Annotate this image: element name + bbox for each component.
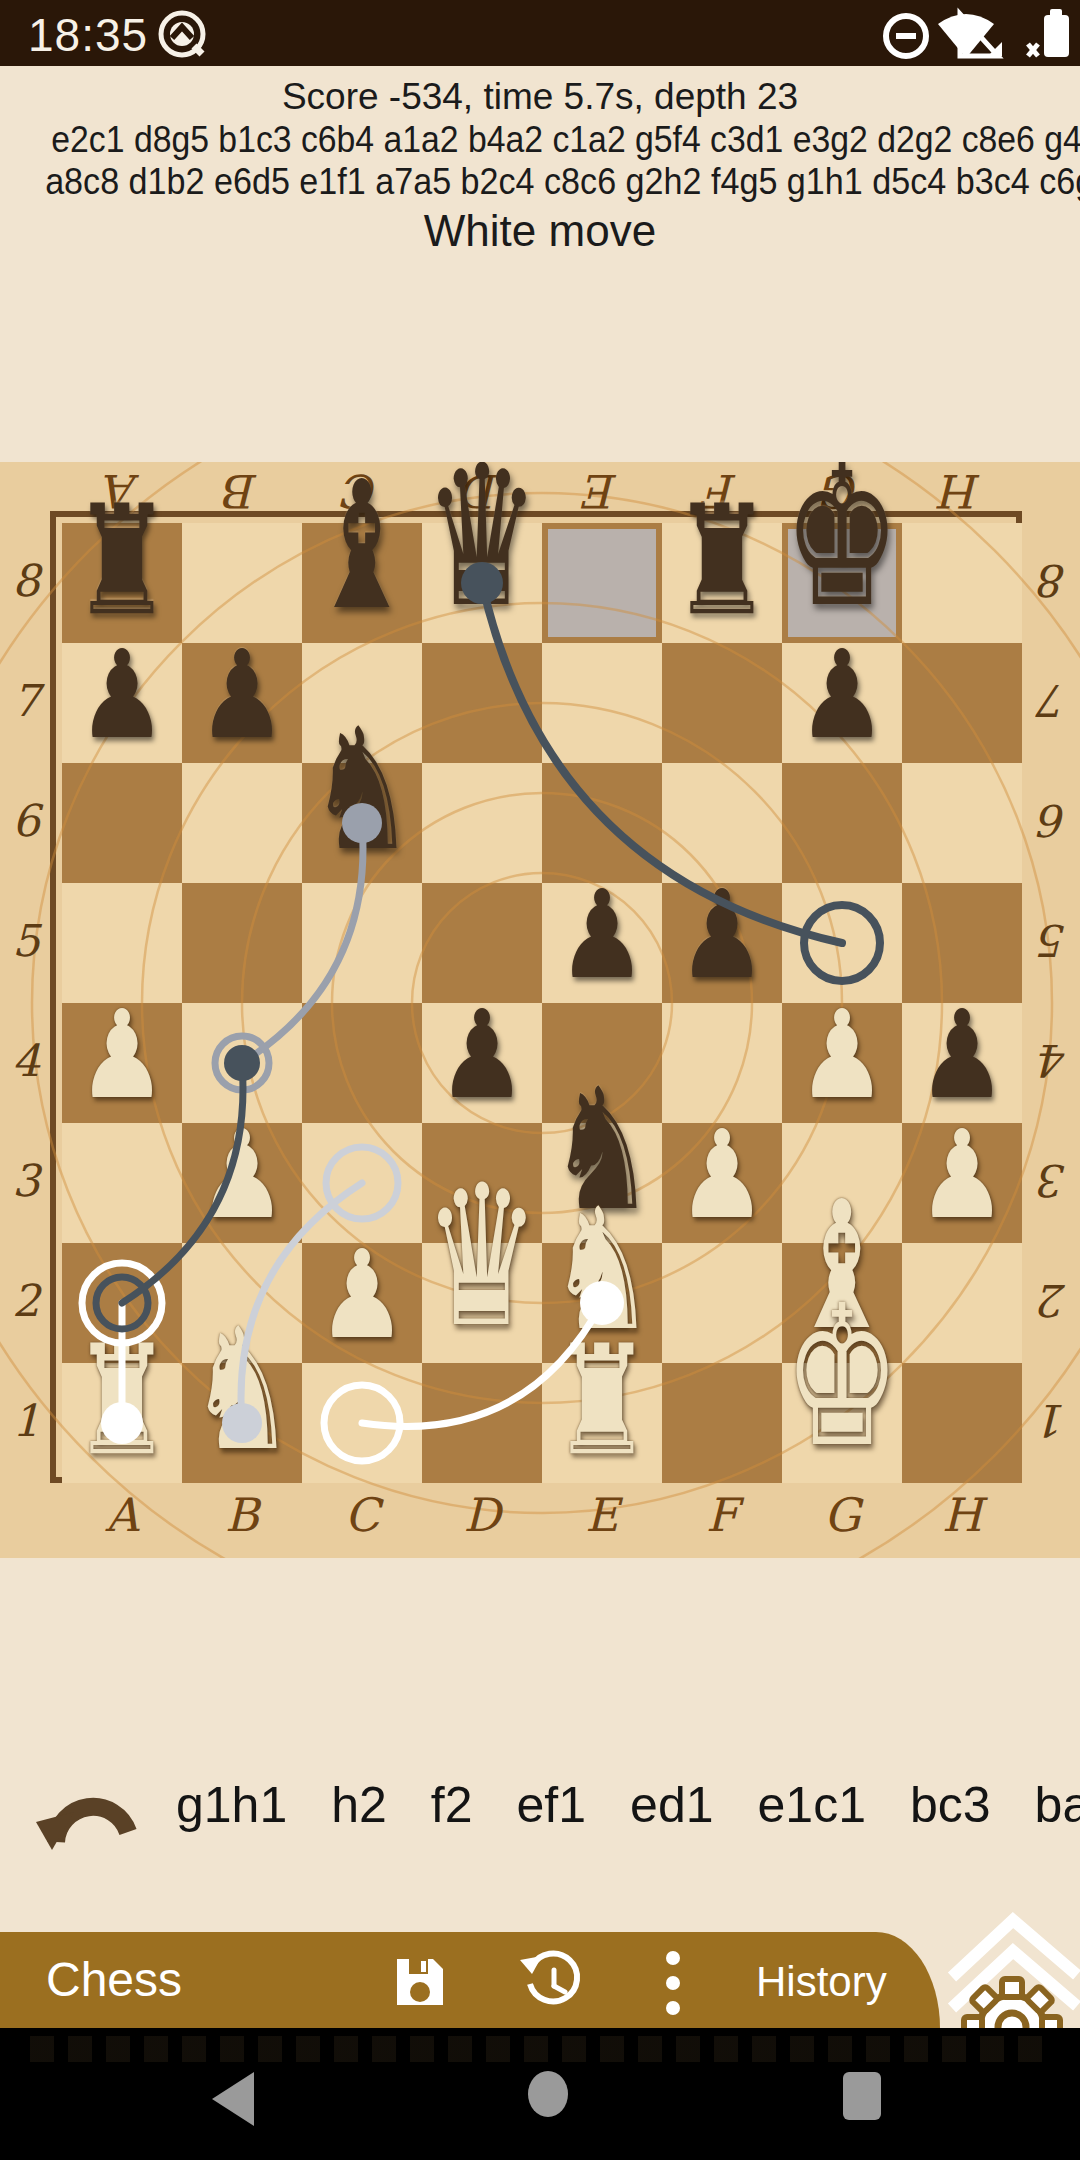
rank-label-right-5: 5 xyxy=(1032,915,1076,966)
square-h1[interactable] xyxy=(902,1363,1022,1483)
engine-pv-line-1: e2c1 d8g5 b1c3 c6b4 a1a2 b4a2 c1a2 g5f4 … xyxy=(0,119,1080,161)
file-label-bottom-H: H xyxy=(902,1488,1022,1542)
white-knight-glyph: ♞ xyxy=(188,1307,296,1489)
chess-board: AABBCCDDEEFFGGHH8877665544332211 ♜♝♛♜♚♟♟… xyxy=(0,462,1080,1558)
file-label-bottom-A: A xyxy=(62,1488,182,1542)
rank-label-right-4: 4 xyxy=(1032,1035,1076,1086)
black-rook-glyph: ♜ xyxy=(672,484,772,649)
suggested-move-ba3[interactable]: ba3 xyxy=(1035,1776,1080,1834)
highlight-e8 xyxy=(548,529,656,637)
rank-label-right-7: 7 xyxy=(1032,675,1076,726)
white-pawn-glyph: ♟ xyxy=(677,1115,767,1249)
piece-black-knight-c6[interactable]: ♞ xyxy=(302,609,422,889)
rank-label-right-1: 1 xyxy=(1032,1395,1076,1446)
piece-white-pawn-h3[interactable]: ♟ xyxy=(902,969,1022,1249)
piece-black-pawn-a7[interactable]: ♟ xyxy=(62,489,182,769)
square-h8[interactable] xyxy=(902,523,1022,643)
android-q-logo-icon xyxy=(150,6,214,62)
nav-ghost-strip xyxy=(30,2036,1050,2062)
android-nav-bar xyxy=(0,2028,1080,2160)
rank-label-left-4: 4 xyxy=(4,1035,48,1086)
rank-label-left-5: 5 xyxy=(4,915,48,966)
piece-white-queen-d2[interactable]: ♛ xyxy=(422,1089,542,1369)
engine-pv-line-2: a8c8 d1b2 e6d5 e1f1 a7a5 b2c4 c8c6 g2h2 … xyxy=(0,161,1080,203)
square-c1[interactable] xyxy=(302,1363,422,1483)
white-pawn-glyph: ♟ xyxy=(317,1235,407,1369)
piece-black-rook-f8[interactable]: ♜ xyxy=(662,462,782,649)
file-label-bottom-C: C xyxy=(302,1488,422,1542)
history-restore-button[interactable] xyxy=(518,1948,586,2016)
nav-back-button[interactable] xyxy=(212,2072,254,2126)
rank-label-right-2: 2 xyxy=(1032,1275,1076,1326)
square-f2[interactable] xyxy=(662,1243,782,1363)
white-queen-glyph: ♛ xyxy=(424,1159,541,1369)
file-label-bottom-G: G xyxy=(782,1488,902,1542)
suggested-move-h2[interactable]: h2 xyxy=(331,1776,387,1834)
black-pawn-glyph: ♟ xyxy=(77,635,167,769)
white-king-glyph: ♚ xyxy=(784,1279,901,1489)
square-c5[interactable] xyxy=(302,883,422,1003)
piece-white-rook-e1[interactable]: ♜ xyxy=(542,1209,662,1489)
suggested-move-ed1[interactable]: ed1 xyxy=(630,1776,713,1834)
piece-white-pawn-a4[interactable]: ♟ xyxy=(62,849,182,1129)
undo-icon[interactable] xyxy=(36,1784,148,1850)
file-label-bottom-E: E xyxy=(542,1488,662,1542)
rank-label-right-3: 3 xyxy=(1032,1155,1076,1206)
suggested-move-ef1[interactable]: ef1 xyxy=(517,1776,587,1834)
piece-white-knight-b1[interactable]: ♞ xyxy=(182,1209,302,1489)
rank-label-left-7: 7 xyxy=(4,675,48,726)
rank-label-right-8: 8 xyxy=(1032,555,1076,606)
white-pawn-glyph: ♟ xyxy=(917,1115,1007,1249)
piece-white-king-g1[interactable]: ♚ xyxy=(782,1209,902,1489)
status-clock: 18:35 xyxy=(28,8,148,62)
file-label-bottom-B: B xyxy=(182,1488,302,1542)
white-pawn-glyph: ♟ xyxy=(77,995,167,1129)
app-title: Chess xyxy=(46,1952,182,2007)
turn-indicator: White move xyxy=(0,206,1080,256)
piece-black-pawn-f5[interactable]: ♟ xyxy=(662,729,782,1009)
corner-controls xyxy=(930,1905,1080,2028)
file-label-bottom-F: F xyxy=(662,1488,782,1542)
square-d7[interactable] xyxy=(422,643,542,763)
rank-label-left-1: 1 xyxy=(4,1395,48,1446)
black-queen-glyph: ♛ xyxy=(424,462,541,649)
status-bar: 18:35 xyxy=(0,0,1080,66)
suggested-move-g1h1[interactable]: g1h1 xyxy=(176,1776,287,1834)
nav-home-button[interactable] xyxy=(527,2070,569,2118)
rank-label-left-3: 3 xyxy=(4,1155,48,1206)
overflow-menu-button[interactable] xyxy=(660,1948,686,2018)
nav-recents-button[interactable] xyxy=(843,2072,881,2120)
black-pawn-glyph: ♟ xyxy=(797,635,887,769)
suggested-move-e1c1[interactable]: e1c1 xyxy=(758,1776,866,1834)
rank-label-right-6: 6 xyxy=(1032,795,1076,846)
file-label-bottom-D: D xyxy=(422,1488,542,1542)
battery-icon xyxy=(1044,9,1069,57)
suggested-move-bc3[interactable]: bc3 xyxy=(910,1776,991,1834)
rank-label-left-6: 6 xyxy=(4,795,48,846)
white-rook-glyph: ♜ xyxy=(552,1324,652,1489)
piece-white-rook-a1[interactable]: ♜ xyxy=(62,1209,182,1489)
piece-white-pawn-c2[interactable]: ♟ xyxy=(302,1089,422,1369)
engine-score-line: Score -534, time 5.7s, depth 23 xyxy=(0,76,1080,118)
piece-white-pawn-f3[interactable]: ♟ xyxy=(662,969,782,1249)
square-f1[interactable] xyxy=(662,1363,782,1483)
move-suggestion-row: g1h1h2f2ef1ed1e1c1bc3ba3 xyxy=(0,1776,1080,1866)
square-h2[interactable] xyxy=(902,1243,1022,1363)
piece-black-pawn-g7[interactable]: ♟ xyxy=(782,489,902,769)
save-button[interactable] xyxy=(392,1954,448,2010)
suggested-moves: g1h1h2f2ef1ed1e1c1bc3ba3 xyxy=(176,1776,1080,1834)
white-rook-glyph: ♜ xyxy=(72,1324,172,1489)
square-h7[interactable] xyxy=(902,643,1022,763)
black-pawn-glyph: ♟ xyxy=(197,635,287,769)
piece-black-pawn-d4[interactable]: ♟ xyxy=(422,849,542,1129)
piece-black-pawn-e5[interactable]: ♟ xyxy=(542,729,662,1009)
piece-black-queen-d8[interactable]: ♛ xyxy=(422,462,542,649)
piece-white-pawn-b3[interactable]: ♟ xyxy=(182,969,302,1249)
rank-label-left-2: 2 xyxy=(4,1275,48,1326)
rank-label-left-8: 8 xyxy=(4,555,48,606)
piece-white-pawn-g4[interactable]: ♟ xyxy=(782,849,902,1129)
black-knight-glyph: ♞ xyxy=(308,707,416,889)
history-tab-label[interactable]: History xyxy=(756,1958,887,2006)
status-right-icons xyxy=(880,0,1080,66)
file-label-top-H: H xyxy=(902,464,1022,518)
square-d1[interactable] xyxy=(422,1363,542,1483)
file-label-top-E: E xyxy=(542,464,662,518)
do-not-disturb-icon xyxy=(886,16,926,56)
suggested-move-f2[interactable]: f2 xyxy=(431,1776,473,1834)
piece-black-pawn-b7[interactable]: ♟ xyxy=(182,489,302,769)
square-b6[interactable] xyxy=(182,763,302,883)
